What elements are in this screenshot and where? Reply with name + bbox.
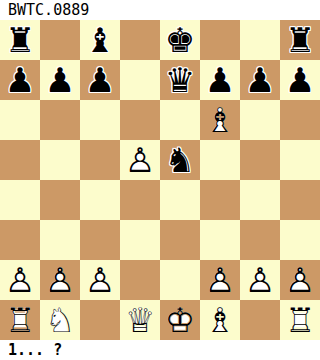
square-a8[interactable]: ♜: [0, 20, 40, 60]
black-pawn-piece: ♟: [40, 60, 80, 100]
square-f2[interactable]: ♟♙: [200, 260, 240, 300]
square-c5[interactable]: [80, 140, 120, 180]
black-pawn-piece: ♟: [80, 60, 120, 100]
square-b7[interactable]: ♟: [40, 60, 80, 100]
square-h1[interactable]: ♜♖: [280, 300, 320, 340]
square-b5[interactable]: [40, 140, 80, 180]
square-f6[interactable]: ♝♗: [200, 100, 240, 140]
white-knight-piece: ♞♘: [40, 300, 80, 340]
black-pawn-piece: ♟: [200, 60, 240, 100]
square-d5[interactable]: ♟♙: [120, 140, 160, 180]
square-f8[interactable]: [200, 20, 240, 60]
square-a2[interactable]: ♟♙: [0, 260, 40, 300]
white-pawn-piece: ♟♙: [120, 140, 160, 180]
square-g1[interactable]: [240, 300, 280, 340]
square-a7[interactable]: ♟: [0, 60, 40, 100]
white-pawn-piece: ♟♙: [280, 260, 320, 300]
black-rook-piece: ♜: [0, 20, 40, 60]
white-rook-piece: ♜♖: [0, 300, 40, 340]
square-b6[interactable]: [40, 100, 80, 140]
square-c7[interactable]: ♟: [80, 60, 120, 100]
black-bishop-piece: ♝: [80, 20, 120, 60]
move-prompt: 1... ?: [0, 341, 62, 359]
white-bishop-piece: ♝♗: [200, 100, 240, 140]
black-king-piece: ♚: [160, 20, 200, 60]
square-d7[interactable]: [120, 60, 160, 100]
statusbar: 1... ?: [0, 340, 320, 360]
square-e2[interactable]: [160, 260, 200, 300]
square-e1[interactable]: ♚♔: [160, 300, 200, 340]
square-c4[interactable]: [80, 180, 120, 220]
black-rook-piece: ♜: [280, 20, 320, 60]
square-a1[interactable]: ♜♖: [0, 300, 40, 340]
square-h5[interactable]: [280, 140, 320, 180]
square-h4[interactable]: [280, 180, 320, 220]
square-h6[interactable]: [280, 100, 320, 140]
square-d1[interactable]: ♛♕: [120, 300, 160, 340]
square-f1[interactable]: ♝♗: [200, 300, 240, 340]
square-e7[interactable]: ♛: [160, 60, 200, 100]
square-b2[interactable]: ♟♙: [40, 260, 80, 300]
square-c1[interactable]: [80, 300, 120, 340]
square-d6[interactable]: [120, 100, 160, 140]
square-d4[interactable]: [120, 180, 160, 220]
square-a5[interactable]: [0, 140, 40, 180]
white-pawn-piece: ♟♙: [40, 260, 80, 300]
square-b8[interactable]: [40, 20, 80, 60]
square-g7[interactable]: ♟: [240, 60, 280, 100]
white-queen-piece: ♛♕: [120, 300, 160, 340]
square-f4[interactable]: [200, 180, 240, 220]
black-knight-piece: ♞: [160, 140, 200, 180]
square-b3[interactable]: [40, 220, 80, 260]
square-c3[interactable]: [80, 220, 120, 260]
square-g5[interactable]: [240, 140, 280, 180]
square-d2[interactable]: [120, 260, 160, 300]
square-f3[interactable]: [200, 220, 240, 260]
square-h7[interactable]: ♟: [280, 60, 320, 100]
white-pawn-piece: ♟♙: [200, 260, 240, 300]
square-h2[interactable]: ♟♙: [280, 260, 320, 300]
square-c6[interactable]: [80, 100, 120, 140]
chess-board: ♜♝♚♜♟♟♟♛♟♟♟♝♗♟♙♞♟♙♟♙♟♙♟♙♟♙♟♙♜♖♞♘♛♕♚♔♝♗♜♖: [0, 20, 320, 340]
square-b4[interactable]: [40, 180, 80, 220]
square-e3[interactable]: [160, 220, 200, 260]
white-pawn-piece: ♟♙: [240, 260, 280, 300]
square-d3[interactable]: [120, 220, 160, 260]
white-king-piece: ♚♔: [160, 300, 200, 340]
white-bishop-piece: ♝♗: [200, 300, 240, 340]
square-a6[interactable]: [0, 100, 40, 140]
square-f5[interactable]: [200, 140, 240, 180]
window-title: BWTC.0889: [0, 1, 89, 19]
square-e8[interactable]: ♚: [160, 20, 200, 60]
white-rook-piece: ♜♖: [280, 300, 320, 340]
square-g2[interactable]: ♟♙: [240, 260, 280, 300]
black-pawn-piece: ♟: [240, 60, 280, 100]
square-b1[interactable]: ♞♘: [40, 300, 80, 340]
square-g3[interactable]: [240, 220, 280, 260]
square-h3[interactable]: [280, 220, 320, 260]
square-e4[interactable]: [160, 180, 200, 220]
square-d8[interactable]: [120, 20, 160, 60]
square-g8[interactable]: [240, 20, 280, 60]
black-pawn-piece: ♟: [280, 60, 320, 100]
square-a4[interactable]: [0, 180, 40, 220]
square-e5[interactable]: ♞: [160, 140, 200, 180]
white-pawn-piece: ♟♙: [80, 260, 120, 300]
square-a3[interactable]: [0, 220, 40, 260]
square-c2[interactable]: ♟♙: [80, 260, 120, 300]
square-g4[interactable]: [240, 180, 280, 220]
square-h8[interactable]: ♜: [280, 20, 320, 60]
titlebar: BWTC.0889: [0, 0, 320, 20]
black-pawn-piece: ♟: [0, 60, 40, 100]
square-f7[interactable]: ♟: [200, 60, 240, 100]
square-c8[interactable]: ♝: [80, 20, 120, 60]
square-e6[interactable]: [160, 100, 200, 140]
square-g6[interactable]: [240, 100, 280, 140]
white-pawn-piece: ♟♙: [0, 260, 40, 300]
black-queen-piece: ♛: [160, 60, 200, 100]
